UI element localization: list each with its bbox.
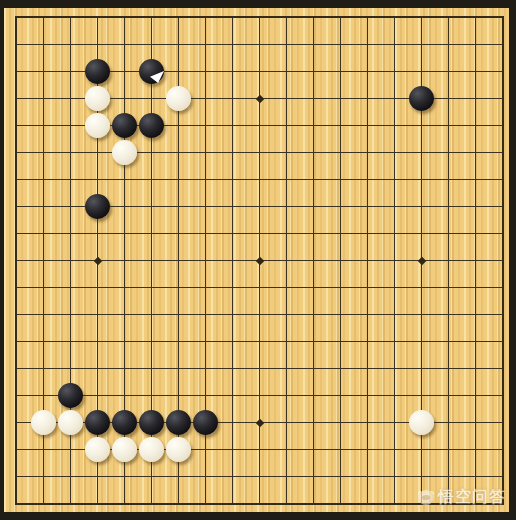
stone-white [31, 410, 56, 435]
stone-black [193, 410, 218, 435]
stone-black [112, 410, 137, 435]
stone-white [139, 437, 164, 462]
stone-white [166, 86, 191, 111]
stone-black [85, 59, 110, 84]
stone-black [139, 410, 164, 435]
stone-white [409, 410, 434, 435]
stone-white [166, 437, 191, 462]
grid-lines [16, 17, 503, 504]
star-point [94, 257, 102, 265]
stone-white [85, 437, 110, 462]
stone-black [85, 410, 110, 435]
stone-white [112, 437, 137, 462]
star-point [256, 419, 264, 427]
goban-wood-surface [4, 8, 509, 512]
star-point [256, 257, 264, 265]
stone-black [139, 113, 164, 138]
star-point [418, 257, 426, 265]
stone-black [112, 113, 137, 138]
stone-black [139, 59, 164, 84]
stone-black [409, 86, 434, 111]
star-point [256, 95, 264, 103]
last-move-triangle-icon [150, 70, 164, 83]
stone-white [58, 410, 83, 435]
stone-white [85, 113, 110, 138]
stone-black [58, 383, 83, 408]
stone-black [85, 194, 110, 219]
stone-white [112, 140, 137, 165]
stone-black [166, 410, 191, 435]
stone-white [85, 86, 110, 111]
